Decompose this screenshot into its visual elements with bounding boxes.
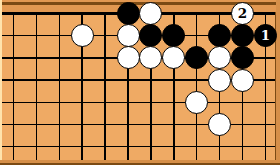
stone-white xyxy=(208,46,231,69)
stone-white xyxy=(139,2,162,25)
frame-bottom-dark-line xyxy=(0,163,280,165)
grid-line-v xyxy=(36,13,38,161)
go-board-diagram: 21 xyxy=(0,0,280,165)
grid-line-v xyxy=(104,13,106,161)
stone-white xyxy=(117,46,140,69)
grid-line-h xyxy=(2,124,275,126)
stone-white-move-2: 2 xyxy=(231,2,254,25)
stone-black-move-1: 1 xyxy=(254,24,277,47)
stone-black xyxy=(139,24,162,47)
grid-line-v xyxy=(59,13,61,161)
stone-white xyxy=(162,46,185,69)
stone-black xyxy=(162,24,185,47)
stone-white xyxy=(208,113,231,136)
stone-black xyxy=(231,46,254,69)
stone-black xyxy=(231,24,254,47)
stone-black xyxy=(185,46,208,69)
grid-line-h xyxy=(2,146,275,148)
stone-white xyxy=(231,69,254,92)
move-label: 1 xyxy=(261,29,270,43)
grid-line-v xyxy=(13,13,15,161)
grid-line-v xyxy=(196,13,198,161)
stone-white xyxy=(139,46,162,69)
stone-black xyxy=(117,2,140,25)
stone-white xyxy=(185,91,208,114)
frame-right-band xyxy=(276,0,280,165)
grid-line-h xyxy=(2,102,275,104)
move-label: 2 xyxy=(238,7,247,21)
stone-white xyxy=(71,24,94,47)
frame-left-highlight xyxy=(0,0,2,165)
stone-black xyxy=(208,24,231,47)
stone-white xyxy=(208,69,231,92)
stone-white xyxy=(117,24,140,47)
